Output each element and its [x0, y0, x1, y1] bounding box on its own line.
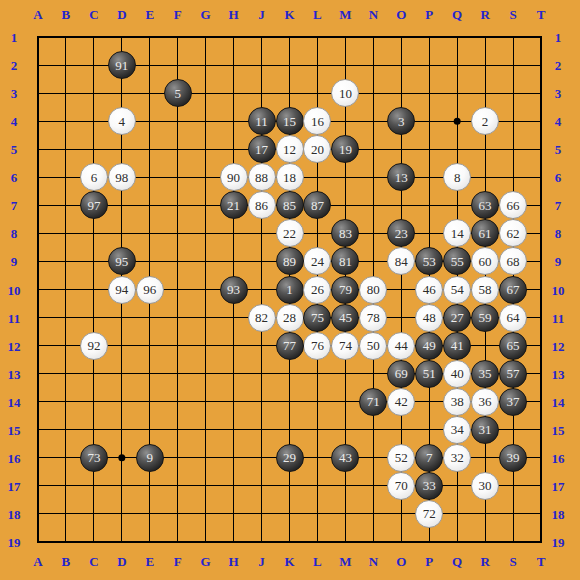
stone-white-78-N11[interactable]: 78 [359, 304, 387, 332]
stone-black-45-M11[interactable]: 45 [331, 304, 359, 332]
stone-black-55-Q9[interactable]: 55 [443, 247, 471, 275]
stone-white-46-P10[interactable]: 46 [415, 276, 443, 304]
stone-black-5-F3[interactable]: 5 [164, 79, 192, 107]
stone-black-1-K10[interactable]: 1 [276, 276, 304, 304]
stone-white-64-S11[interactable]: 64 [499, 304, 527, 332]
stone-white-36-R14[interactable]: 36 [471, 388, 499, 416]
stone-white-88-J6[interactable]: 88 [248, 163, 276, 191]
stone-black-15-K4[interactable]: 15 [276, 107, 304, 135]
stone-white-18-K6[interactable]: 18 [276, 163, 304, 191]
stone-black-17-J5[interactable]: 17 [248, 135, 276, 163]
stone-white-8-Q6[interactable]: 8 [443, 163, 471, 191]
stone-white-84-O9[interactable]: 84 [387, 247, 415, 275]
stone-black-75-L11[interactable]: 75 [303, 304, 331, 332]
stone-black-39-S16[interactable]: 39 [499, 444, 527, 472]
star-point-Q4 [454, 118, 461, 125]
stone-white-24-L9[interactable]: 24 [303, 247, 331, 275]
stone-white-16-L4[interactable]: 16 [303, 107, 331, 135]
stone-white-90-H6[interactable]: 90 [220, 163, 248, 191]
stone-white-58-R10[interactable]: 58 [471, 276, 499, 304]
stone-white-74-M12[interactable]: 74 [331, 332, 359, 360]
stone-black-63-R7[interactable]: 63 [471, 191, 499, 219]
stone-white-94-D10[interactable]: 94 [108, 276, 136, 304]
stone-black-65-S12[interactable]: 65 [499, 332, 527, 360]
stone-black-19-M5[interactable]: 19 [331, 135, 359, 163]
stone-black-9-E16[interactable]: 9 [136, 444, 164, 472]
stone-black-21-H7[interactable]: 21 [220, 191, 248, 219]
stone-white-72-P18[interactable]: 72 [415, 500, 443, 528]
stone-white-48-P11[interactable]: 48 [415, 304, 443, 332]
stone-white-86-J7[interactable]: 86 [248, 191, 276, 219]
stone-black-85-K7[interactable]: 85 [276, 191, 304, 219]
stone-white-68-S9[interactable]: 68 [499, 247, 527, 275]
stone-white-54-Q10[interactable]: 54 [443, 276, 471, 304]
stone-white-6-C6[interactable]: 6 [80, 163, 108, 191]
stone-white-76-L12[interactable]: 76 [303, 332, 331, 360]
stone-black-27-Q11[interactable]: 27 [443, 304, 471, 332]
stone-white-62-S8[interactable]: 62 [499, 219, 527, 247]
stone-black-29-K16[interactable]: 29 [276, 444, 304, 472]
stone-white-80-N10[interactable]: 80 [359, 276, 387, 304]
stone-black-87-L7[interactable]: 87 [303, 191, 331, 219]
star-point-D16 [118, 454, 125, 461]
stone-black-69-O13[interactable]: 69 [387, 360, 415, 388]
stone-black-77-K12[interactable]: 77 [276, 332, 304, 360]
stone-white-52-O16[interactable]: 52 [387, 444, 415, 472]
stone-black-3-O4[interactable]: 3 [387, 107, 415, 135]
stone-white-10-M3[interactable]: 10 [331, 79, 359, 107]
stone-black-91-D2[interactable]: 91 [108, 51, 136, 79]
stone-black-33-P17[interactable]: 33 [415, 472, 443, 500]
stone-black-59-R11[interactable]: 59 [471, 304, 499, 332]
stone-white-70-O17[interactable]: 70 [387, 472, 415, 500]
stone-black-89-K9[interactable]: 89 [276, 247, 304, 275]
stone-white-38-Q14[interactable]: 38 [443, 388, 471, 416]
stone-white-34-Q15[interactable]: 34 [443, 416, 471, 444]
stone-black-7-P16[interactable]: 7 [415, 444, 443, 472]
stone-black-51-P13[interactable]: 51 [415, 360, 443, 388]
stone-black-71-N14[interactable]: 71 [359, 388, 387, 416]
stone-black-81-M9[interactable]: 81 [331, 247, 359, 275]
stone-black-97-C7[interactable]: 97 [80, 191, 108, 219]
stone-black-79-M10[interactable]: 79 [331, 276, 359, 304]
stone-white-20-L5[interactable]: 20 [303, 135, 331, 163]
stone-white-22-K8[interactable]: 22 [276, 219, 304, 247]
stone-black-37-S14[interactable]: 37 [499, 388, 527, 416]
stone-white-12-K5[interactable]: 12 [276, 135, 304, 163]
go-board-window: ABCDEFGHJKLMNOPQRST ABCDEFGHJKLMNOPQRST … [0, 0, 580, 580]
stone-white-28-K11[interactable]: 28 [276, 304, 304, 332]
stone-white-40-Q13[interactable]: 40 [443, 360, 471, 388]
stone-black-61-R8[interactable]: 61 [471, 219, 499, 247]
stone-black-43-M16[interactable]: 43 [331, 444, 359, 472]
stone-black-11-J4[interactable]: 11 [248, 107, 276, 135]
stone-white-26-L10[interactable]: 26 [303, 276, 331, 304]
stone-white-32-Q16[interactable]: 32 [443, 444, 471, 472]
stone-black-41-Q12[interactable]: 41 [443, 332, 471, 360]
stone-white-60-R9[interactable]: 60 [471, 247, 499, 275]
stone-white-98-D6[interactable]: 98 [108, 163, 136, 191]
stone-black-35-R13[interactable]: 35 [471, 360, 499, 388]
stone-black-13-O6[interactable]: 13 [387, 163, 415, 191]
stone-white-30-R17[interactable]: 30 [471, 472, 499, 500]
stone-white-4-D4[interactable]: 4 [108, 107, 136, 135]
stone-white-44-O12[interactable]: 44 [387, 332, 415, 360]
stone-black-93-H10[interactable]: 93 [220, 276, 248, 304]
stone-black-73-C16[interactable]: 73 [80, 444, 108, 472]
stone-black-57-S13[interactable]: 57 [499, 360, 527, 388]
stone-black-31-R15[interactable]: 31 [471, 416, 499, 444]
stone-white-96-E10[interactable]: 96 [136, 276, 164, 304]
stone-black-23-O8[interactable]: 23 [387, 219, 415, 247]
stone-black-49-P12[interactable]: 49 [415, 332, 443, 360]
stone-white-50-N12[interactable]: 50 [359, 332, 387, 360]
stone-black-95-D9[interactable]: 95 [108, 247, 136, 275]
stone-white-2-R4[interactable]: 2 [471, 107, 499, 135]
stone-white-14-Q8[interactable]: 14 [443, 219, 471, 247]
stone-black-83-M8[interactable]: 83 [331, 219, 359, 247]
stone-white-82-J11[interactable]: 82 [248, 304, 276, 332]
stone-white-42-O14[interactable]: 42 [387, 388, 415, 416]
stone-white-92-C12[interactable]: 92 [80, 332, 108, 360]
stone-black-67-S10[interactable]: 67 [499, 276, 527, 304]
stone-white-66-S7[interactable]: 66 [499, 191, 527, 219]
stone-black-53-P9[interactable]: 53 [415, 247, 443, 275]
